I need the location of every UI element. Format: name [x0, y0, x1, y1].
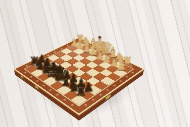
- piece-black-rook-a8: ♜: [72, 84, 90, 98]
- square-g2[interactable]: ♟: [73, 48, 85, 54]
- piece-white-bishop-c1: ♝: [105, 46, 120, 60]
- board-grid: ♜♞♝♛♚♝♞♜♟♟♟♟♟♟♟♟♟♟♟♟♟♟♟♟♜♞♝♛♚♝♞♜: [25, 42, 132, 105]
- piece-white-pawn-h2: ♟: [67, 38, 81, 48]
- brass-hinge-icon: [34, 84, 38, 90]
- piece-white-knight-g1: ♞: [79, 35, 93, 47]
- piece-white-pawn-a2: ♟: [114, 61, 130, 72]
- chess-set: ♜♞♝♛♚♝♞♜♟♟♟♟♟♟♟♟♟♟♟♟♟♟♟♟♜♞♝♛♚♝♞♜: [0, 0, 190, 127]
- piece-white-pawn-f2: ♟: [79, 44, 94, 54]
- square-e3[interactable]: [79, 58, 92, 65]
- piece-white-pawn-d2: ♟: [92, 50, 107, 61]
- square-e1[interactable]: ♚: [91, 51, 103, 58]
- square-f2[interactable]: ♟: [79, 51, 91, 58]
- square-f1[interactable]: ♝: [85, 48, 97, 54]
- piece-white-king-e1: ♚: [92, 36, 107, 54]
- square-d2[interactable]: ♟: [92, 58, 105, 65]
- piece-white-queen-d1: ♛: [98, 41, 113, 57]
- square-h1[interactable]: ♜: [73, 42, 85, 48]
- square-g1[interactable]: ♞: [79, 45, 91, 51]
- piece-white-bishop-f1: ♝: [86, 37, 101, 51]
- square-d3[interactable]: [86, 62, 99, 69]
- brass-latch-icon: [105, 93, 111, 101]
- square-b3[interactable]: [100, 69, 114, 77]
- square-d1[interactable]: ♛: [98, 55, 111, 62]
- photo-scene: ♜♞♝♛♚♝♞♜♟♟♟♟♟♟♟♟♟♟♟♟♟♟♟♟♜♞♝♛♚♝♞♜: [0, 0, 190, 127]
- piece-white-pawn-g2: ♟: [73, 41, 88, 51]
- brass-hinge-icon: [20, 74, 24, 80]
- square-f3[interactable]: [73, 55, 86, 62]
- square-c2[interactable]: ♟: [99, 62, 112, 69]
- piece-white-rook-h1: ♜: [74, 33, 88, 44]
- square-h2[interactable]: ♟: [67, 45, 79, 51]
- square-g3[interactable]: [67, 51, 79, 58]
- chess-board: ♜♞♝♛♚♝♞♜♟♟♟♟♟♟♟♟♟♟♟♟♟♟♟♟♜♞♝♛♚♝♞♜: [14, 37, 144, 114]
- square-h3[interactable]: [61, 48, 73, 54]
- square-e2[interactable]: ♟: [85, 55, 98, 62]
- piece-white-pawn-e2: ♟: [86, 47, 101, 57]
